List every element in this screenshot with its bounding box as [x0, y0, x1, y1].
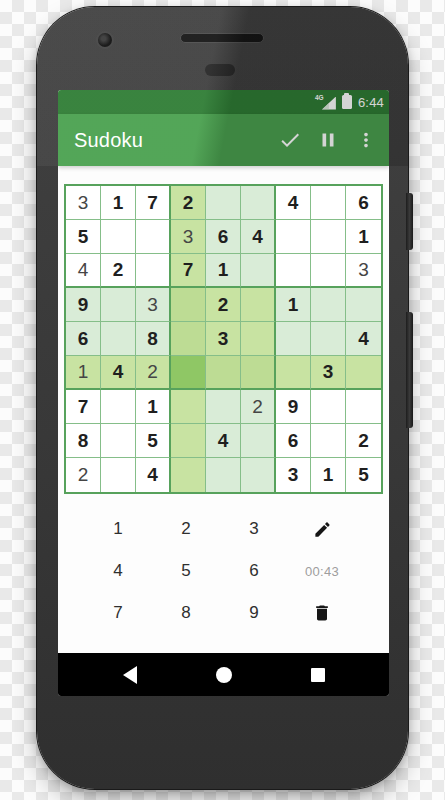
cell-r4c4[interactable]	[171, 288, 206, 322]
cell-r6c3[interactable]: 2	[136, 356, 171, 390]
check-icon	[278, 128, 302, 152]
key-6[interactable]: 6	[220, 550, 288, 592]
home-icon[interactable]	[216, 667, 232, 683]
key-9[interactable]: 9	[220, 592, 288, 634]
cell-r2c2[interactable]	[101, 220, 136, 254]
navigation-bar	[58, 653, 389, 696]
front-camera-icon	[96, 31, 114, 49]
cell-r4c6[interactable]	[241, 288, 276, 322]
key-1[interactable]: 1	[84, 508, 152, 550]
cell-r5c7[interactable]	[276, 322, 311, 356]
cell-r9c2[interactable]	[101, 458, 136, 492]
cell-r4c8[interactable]	[311, 288, 346, 322]
cell-r3c6[interactable]	[241, 254, 276, 288]
key-8[interactable]: 8	[152, 592, 220, 634]
cell-r1c5[interactable]	[206, 186, 241, 220]
cell-r9c5[interactable]	[206, 458, 241, 492]
cell-r2c7[interactable]	[276, 220, 311, 254]
checkerboard-background: 4G 6:44 Sudoku 317246536414271	[0, 0, 445, 800]
key-2[interactable]: 2	[152, 508, 220, 550]
cell-r6c1[interactable]: 1	[66, 356, 101, 390]
cell-r7c7[interactable]: 9	[276, 390, 311, 424]
app-content: 3172465364142713932168341423712985462243…	[58, 166, 389, 653]
recents-icon[interactable]	[311, 668, 325, 682]
page-title: Sudoku	[74, 129, 271, 152]
cell-r2c3[interactable]	[136, 220, 171, 254]
sudoku-board: 3172465364142713932168341423712985462243…	[64, 184, 383, 494]
cell-r7c4[interactable]	[171, 390, 206, 424]
cell-r7c1[interactable]: 7	[66, 390, 101, 424]
cell-r7c2[interactable]	[101, 390, 136, 424]
trash-button[interactable]	[288, 592, 356, 634]
overflow-menu-icon	[355, 129, 377, 151]
cell-r9c3[interactable]: 4	[136, 458, 171, 492]
cell-r1c8[interactable]	[311, 186, 346, 220]
status-bar-clock: 6:44	[358, 95, 384, 110]
cell-r5c2[interactable]	[101, 322, 136, 356]
cell-r4c2[interactable]	[101, 288, 136, 322]
cell-r4c5[interactable]: 2	[206, 288, 241, 322]
cell-r2c8[interactable]	[311, 220, 346, 254]
cell-r6c8[interactable]: 3	[311, 356, 346, 390]
cell-r9c7[interactable]: 3	[276, 458, 311, 492]
cell-r4c9[interactable]	[346, 288, 381, 322]
cell-r6c2[interactable]: 4	[101, 356, 136, 390]
cell-r3c3[interactable]	[136, 254, 171, 288]
proximity-sensor	[205, 64, 235, 76]
cell-r2c4[interactable]: 3	[171, 220, 206, 254]
cell-r8c8[interactable]	[311, 424, 346, 458]
cell-r8c9[interactable]: 2	[346, 424, 381, 458]
cell-r8c7[interactable]: 6	[276, 424, 311, 458]
cell-r3c8[interactable]	[311, 254, 346, 288]
phone-screen: 4G 6:44 Sudoku 317246536414271	[58, 90, 389, 696]
key-7[interactable]: 7	[84, 592, 152, 634]
pencil-icon	[313, 520, 332, 539]
cell-r3c1[interactable]: 4	[66, 254, 101, 288]
cell-r6c9[interactable]	[346, 356, 381, 390]
cell-r8c4[interactable]	[171, 424, 206, 458]
cell-r8c5[interactable]: 4	[206, 424, 241, 458]
earpiece-speaker	[180, 33, 264, 43]
cell-r8c2[interactable]	[101, 424, 136, 458]
overflow-menu-button[interactable]	[347, 120, 385, 160]
key-3[interactable]: 3	[220, 508, 288, 550]
battery-icon	[342, 95, 352, 109]
cell-r1c4[interactable]: 2	[171, 186, 206, 220]
cell-r6c5[interactable]	[206, 356, 241, 390]
cell-r1c9[interactable]: 6	[346, 186, 381, 220]
cell-r2c6[interactable]: 4	[241, 220, 276, 254]
number-keypad: 1 2 3 4 5 6 00:43 7 8 9	[84, 508, 356, 634]
pencil-button[interactable]	[288, 508, 356, 550]
cell-r7c5[interactable]	[206, 390, 241, 424]
cell-r9c1[interactable]: 2	[66, 458, 101, 492]
cell-r6c4[interactable]	[171, 356, 206, 390]
cell-r1c3[interactable]: 7	[136, 186, 171, 220]
phone-frame: 4G 6:44 Sudoku 317246536414271	[37, 7, 408, 789]
app-bar: Sudoku	[58, 114, 389, 166]
cell-r2c9[interactable]: 1	[346, 220, 381, 254]
cell-r7c9[interactable]	[346, 390, 381, 424]
check-button[interactable]	[271, 120, 309, 160]
cell-r8c3[interactable]: 5	[136, 424, 171, 458]
trash-icon	[312, 603, 332, 623]
cell-r9c8[interactable]: 1	[311, 458, 346, 492]
pause-icon	[317, 129, 339, 151]
status-bar: 4G 6:44	[58, 90, 389, 114]
cell-r1c2[interactable]: 1	[101, 186, 136, 220]
cell-r6c7[interactable]	[276, 356, 311, 390]
cell-r3c4[interactable]: 7	[171, 254, 206, 288]
cell-r5c3[interactable]: 8	[136, 322, 171, 356]
game-timer: 00:43	[288, 550, 356, 592]
key-5[interactable]: 5	[152, 550, 220, 592]
cell-r4c1[interactable]: 9	[66, 288, 101, 322]
cell-r7c3[interactable]: 1	[136, 390, 171, 424]
cell-r7c8[interactable]	[311, 390, 346, 424]
cell-r5c8[interactable]	[311, 322, 346, 356]
signal-icon: 4G	[315, 95, 336, 111]
cell-r9c6[interactable]	[241, 458, 276, 492]
cell-r4c3[interactable]: 3	[136, 288, 171, 322]
cell-r5c4[interactable]	[171, 322, 206, 356]
cell-r2c5[interactable]: 6	[206, 220, 241, 254]
cell-r6c6[interactable]	[241, 356, 276, 390]
cell-r7c6[interactable]: 2	[241, 390, 276, 424]
cell-r9c9[interactable]: 5	[346, 458, 381, 492]
key-4[interactable]: 4	[84, 550, 152, 592]
volume-button	[406, 312, 413, 428]
cell-r5c6[interactable]	[241, 322, 276, 356]
cell-r1c1[interactable]: 3	[66, 186, 101, 220]
power-button	[406, 193, 413, 250]
cell-r8c1[interactable]: 8	[66, 424, 101, 458]
cell-r1c7[interactable]: 4	[276, 186, 311, 220]
cell-r5c9[interactable]: 4	[346, 322, 381, 356]
cell-r2c1[interactable]: 5	[66, 220, 101, 254]
cell-r3c2[interactable]: 2	[101, 254, 136, 288]
back-icon[interactable]	[123, 666, 137, 684]
cell-r9c4[interactable]	[171, 458, 206, 492]
cell-r1c6[interactable]	[241, 186, 276, 220]
network-type-label: 4G	[315, 94, 324, 101]
pause-button[interactable]	[309, 120, 347, 160]
cell-r3c9[interactable]: 3	[346, 254, 381, 288]
cell-r8c6[interactable]	[241, 424, 276, 458]
cell-r3c5[interactable]: 1	[206, 254, 241, 288]
cell-r5c1[interactable]: 6	[66, 322, 101, 356]
cell-r3c7[interactable]	[276, 254, 311, 288]
cell-r4c7[interactable]: 1	[276, 288, 311, 322]
cell-r5c5[interactable]: 3	[206, 322, 241, 356]
